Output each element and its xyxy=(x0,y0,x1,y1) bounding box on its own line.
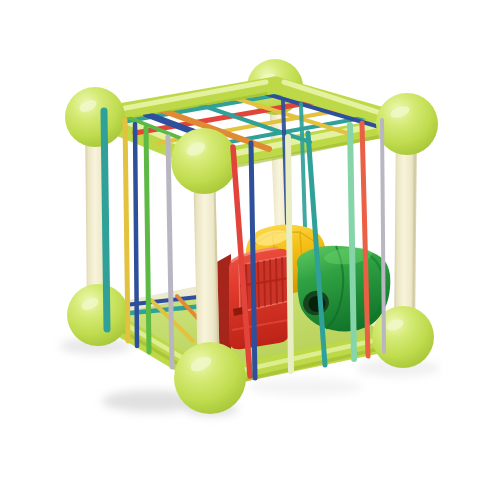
corner-ball-bottom-right xyxy=(372,306,434,368)
shadow-blob xyxy=(247,378,363,396)
corner-ball-bottom-front xyxy=(174,342,246,414)
elastic-band xyxy=(135,124,137,346)
corner-ball-top-front xyxy=(171,128,237,194)
elastic-band xyxy=(288,137,291,371)
elastic-band xyxy=(104,111,107,329)
elastic-band xyxy=(125,120,128,341)
elastic-band xyxy=(350,125,354,359)
corner-ball-top-right xyxy=(376,93,438,155)
corner-ball-top-left xyxy=(65,87,125,147)
corner-ball-bottom-left xyxy=(67,284,129,346)
elastic-band xyxy=(382,120,384,352)
elastic-band xyxy=(146,128,149,352)
activity-cube-illustration: Overhead-angle product photo of a baby e… xyxy=(0,0,500,500)
green-barrel xyxy=(297,246,390,332)
product-photo: Overhead-angle product photo of a baby e… xyxy=(0,0,500,500)
